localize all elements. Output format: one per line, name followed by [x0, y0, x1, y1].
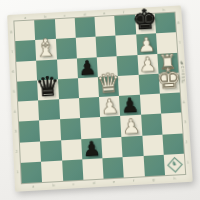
- file-label: b: [52, 184, 54, 188]
- square-f6[interactable]: [117, 55, 138, 76]
- file-label: d: [93, 181, 96, 185]
- rank-label: 2: [16, 150, 18, 154]
- knight-logo-icon: ♞: [167, 160, 181, 167]
- rank-label: 8: [10, 31, 12, 35]
- square-b4[interactable]: [38, 99, 59, 120]
- white-pawn-e4[interactable]: ♟: [100, 96, 119, 117]
- square-e3[interactable]: [100, 116, 121, 137]
- square-e8[interactable]: [94, 16, 115, 37]
- square-a8[interactable]: [14, 20, 35, 41]
- square-f3[interactable]: ♟: [120, 115, 142, 136]
- rank-label: 1: [187, 161, 190, 165]
- file-label: a: [24, 16, 26, 20]
- square-b5[interactable]: ♛: [37, 79, 58, 100]
- rank-label: 3: [184, 120, 187, 124]
- file-label: d: [83, 12, 85, 16]
- rank-label: 7: [11, 50, 13, 54]
- square-b1[interactable]: [41, 160, 62, 182]
- file-label: b: [44, 15, 46, 19]
- file-label: g: [153, 178, 156, 182]
- square-d2[interactable]: ♟: [81, 138, 102, 160]
- square-e1[interactable]: [102, 157, 124, 179]
- square-g2[interactable]: [142, 134, 164, 156]
- square-d1[interactable]: [82, 158, 104, 180]
- square-h2[interactable]: [162, 133, 184, 155]
- square-b7[interactable]: ♝: [35, 39, 56, 60]
- square-g3[interactable]: [141, 114, 163, 135]
- square-g1[interactable]: [143, 155, 165, 177]
- black-queen-b5[interactable]: ♛: [35, 72, 60, 100]
- square-h5[interactable]: ♚: [158, 72, 179, 93]
- square-b2[interactable]: [40, 140, 61, 162]
- file-label: c: [73, 182, 75, 186]
- square-c2[interactable]: [61, 139, 82, 161]
- white-queen-e5[interactable]: ♛: [95, 69, 121, 97]
- square-a3[interactable]: [19, 121, 40, 143]
- black-pawn-d2[interactable]: ♟: [82, 138, 101, 159]
- square-d8[interactable]: [74, 17, 95, 38]
- square-a7[interactable]: [15, 40, 36, 61]
- chess-board: ♚♝♟♟♟♜♛♛♚♟♟♟♟: [14, 13, 185, 184]
- square-a4[interactable]: [18, 100, 39, 121]
- white-bishop-b7[interactable]: ♝: [34, 34, 57, 60]
- square-c6[interactable]: [56, 58, 77, 79]
- chess-mat: abcdefgh abcdefgh 87654321 87654321 ♚♝♟♟…: [7, 5, 193, 191]
- rank-label: 4: [14, 110, 16, 114]
- square-d4[interactable]: [79, 97, 100, 118]
- square-b3[interactable]: [39, 120, 60, 141]
- square-e7[interactable]: [96, 36, 117, 57]
- file-label: e: [113, 180, 115, 184]
- square-c5[interactable]: [58, 78, 79, 99]
- rank-label: 2: [185, 141, 188, 145]
- photo-backdrop: abcdefgh abcdefgh 87654321 87654321 ♚♝♟♟…: [0, 0, 200, 200]
- square-c1[interactable]: [62, 159, 83, 181]
- square-g4[interactable]: [139, 94, 160, 115]
- file-label: a: [32, 185, 34, 189]
- file-label: f: [133, 179, 135, 183]
- file-label: f: [123, 10, 124, 14]
- file-label: h: [162, 8, 164, 12]
- square-c8[interactable]: [54, 18, 75, 39]
- rank-label: 4: [183, 100, 186, 104]
- square-f2[interactable]: [122, 135, 144, 157]
- square-e4[interactable]: ♟: [99, 96, 120, 117]
- square-c7[interactable]: [55, 38, 76, 59]
- square-f1[interactable]: [123, 156, 145, 178]
- white-king-h5[interactable]: ♚: [155, 65, 182, 94]
- black-king-g8[interactable]: ♚: [132, 6, 159, 35]
- square-a1[interactable]: [21, 161, 42, 183]
- file-label: e: [103, 11, 105, 15]
- rank-label: 7: [179, 41, 182, 45]
- rank-label: 5: [13, 90, 15, 94]
- square-f7[interactable]: [116, 35, 137, 56]
- file-label: h: [173, 177, 176, 181]
- square-h3[interactable]: [161, 113, 183, 134]
- square-h4[interactable]: [160, 92, 182, 113]
- rank-label: 8: [177, 21, 180, 25]
- square-a2[interactable]: [20, 141, 41, 163]
- rank-label: 3: [15, 130, 17, 134]
- square-c4[interactable]: [59, 98, 80, 119]
- file-label: c: [64, 13, 66, 17]
- rank-label: 1: [17, 170, 19, 174]
- square-c3[interactable]: [60, 118, 81, 139]
- square-e2[interactable]: [101, 136, 123, 158]
- white-pawn-f3[interactable]: ♟: [122, 115, 141, 136]
- white-pawn-g6[interactable]: ♟: [138, 54, 157, 75]
- rank-label: 6: [12, 70, 14, 74]
- brand-logo: ♞: [167, 157, 182, 172]
- black-pawn-d6[interactable]: ♟: [78, 57, 97, 78]
